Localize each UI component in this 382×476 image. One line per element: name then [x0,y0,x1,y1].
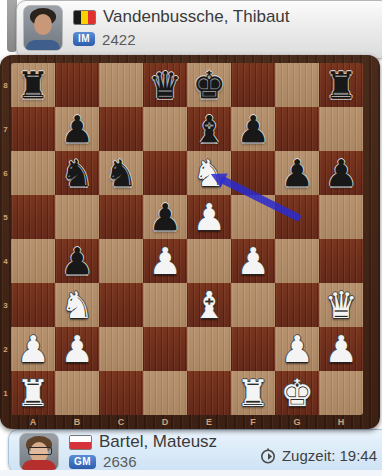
square-c7[interactable] [99,107,143,151]
square-c6[interactable]: ♞ [99,151,143,195]
square-f8[interactable] [231,63,275,107]
player-card-bottom: Bartel, Mateusz GM 2636 Zugzeit: 19:44 [8,429,382,473]
piece-bP-f7[interactable]: ♟ [231,107,275,151]
square-d8[interactable]: ♛ [143,63,187,107]
square-a1[interactable]: ♜ [11,371,55,415]
file-labels: ABCDEFGH [11,415,363,429]
piece-bP-h6[interactable]: ♟ [319,151,363,195]
square-f2[interactable] [231,327,275,371]
piece-wP-a2[interactable]: ♟ [11,327,55,371]
square-d6[interactable] [143,151,187,195]
title-badge-bottom: GM [69,455,96,469]
piece-wQ-h3[interactable]: ♛ [319,283,363,327]
square-e8[interactable]: ♚ [187,63,231,107]
player-name-top: Vandenbussche, Thibaut [103,7,290,27]
square-a6[interactable] [11,151,55,195]
square-d4[interactable]: ♟ [143,239,187,283]
avatar-bottom-player [19,433,59,471]
square-g1[interactable]: ♚ [275,371,319,415]
file-label-e: E [187,415,231,429]
piece-wP-h2[interactable]: ♟ [319,327,363,371]
square-e7[interactable]: ♝ [187,107,231,151]
square-g4[interactable] [275,239,319,283]
player-rating-top: 2422 [102,31,135,48]
square-f1[interactable]: ♜ [231,371,275,415]
file-label-h: H [319,415,363,429]
square-c5[interactable] [99,195,143,239]
piece-wK-g1[interactable]: ♚ [275,371,319,415]
page-bottom-strip [0,470,382,476]
square-b5[interactable] [55,195,99,239]
rank-label-5: 5 [0,195,11,239]
square-e4[interactable] [187,239,231,283]
avatar-shirt [26,40,60,51]
piece-bB-e7[interactable]: ♝ [187,107,231,151]
square-h3[interactable]: ♛ [319,283,363,327]
piece-bP-b7[interactable]: ♟ [55,107,99,151]
piece-bR-h8[interactable]: ♜ [319,63,363,107]
square-a4[interactable] [11,239,55,283]
rank-label-6: 6 [0,151,11,195]
square-h8[interactable]: ♜ [319,63,363,107]
square-c4[interactable] [99,239,143,283]
title-badge-top: IM [73,32,95,46]
square-e3[interactable]: ♝ [187,283,231,327]
clock-icon [260,448,276,464]
file-label-g: G [275,415,319,429]
file-label-c: C [99,415,143,429]
chess-board: 87654321 ♜♛♚♜♟♝♟♞♞♞♟♟♟♟♟♟♟♞♝♛♟♟♟♟♜♜♚ ABC… [0,55,380,429]
piece-bN-b6[interactable]: ♞ [55,151,99,195]
piece-bR-a8[interactable]: ♜ [11,63,55,107]
square-d1[interactable] [143,371,187,415]
piece-bN-c6[interactable]: ♞ [99,151,143,195]
rank-label-4: 4 [0,239,11,283]
piece-wN-e6[interactable]: ♞ [187,151,231,195]
square-f3[interactable] [231,283,275,327]
piece-wB-e3[interactable]: ♝ [187,283,231,327]
piece-wP-g2[interactable]: ♟ [275,327,319,371]
piece-bK-e8[interactable]: ♚ [187,63,231,107]
square-b4[interactable]: ♟ [55,239,99,283]
square-a5[interactable] [11,195,55,239]
square-e2[interactable] [187,327,231,371]
file-label-f: F [231,415,275,429]
square-a3[interactable] [11,283,55,327]
square-c3[interactable] [99,283,143,327]
clock-text: Zugzeit: 19:44 [282,447,377,464]
piece-bP-g6[interactable]: ♟ [275,151,319,195]
piece-wR-a1[interactable]: ♜ [11,371,55,415]
glasses-icon [28,447,52,455]
board-squares: ♜♛♚♜♟♝♟♞♞♞♟♟♟♟♟♟♟♞♝♛♟♟♟♟♜♜♚ [11,63,363,415]
square-h5[interactable] [319,195,363,239]
player-rating-bottom: 2636 [103,453,136,470]
square-h2[interactable]: ♟ [319,327,363,371]
square-h4[interactable] [319,239,363,283]
piece-wP-b2[interactable]: ♟ [55,327,99,371]
square-f4[interactable]: ♟ [231,239,275,283]
square-g6[interactable]: ♟ [275,151,319,195]
square-f5[interactable] [231,195,275,239]
square-f6[interactable] [231,151,275,195]
square-b2[interactable]: ♟ [55,327,99,371]
rank-label-7: 7 [0,107,11,151]
square-b1[interactable] [55,371,99,415]
square-a8[interactable]: ♜ [11,63,55,107]
rank-label-8: 8 [0,63,11,107]
square-c2[interactable] [99,327,143,371]
square-g5[interactable] [275,195,319,239]
rank-label-2: 2 [0,327,11,371]
square-e5[interactable]: ♟ [187,195,231,239]
square-b8[interactable] [55,63,99,107]
piece-wP-f4[interactable]: ♟ [231,239,275,283]
player-card-top-inner: Vandenbussche, Thibaut IM 2422 [17,1,382,58]
piece-wN-b3[interactable]: ♞ [55,283,99,327]
player-info-top: Vandenbussche, Thibaut IM 2422 [73,1,290,50]
square-h1[interactable] [319,371,363,415]
square-c8[interactable] [99,63,143,107]
avatar-top-player [23,5,63,51]
belgium-flag-icon [73,10,96,25]
player-info-bottom: Bartel, Mateusz GM 2636 [69,430,217,471]
square-b7[interactable]: ♟ [55,107,99,151]
file-label-b: B [55,415,99,429]
piece-bP-d5[interactable]: ♟ [143,195,187,239]
square-h6[interactable]: ♟ [319,151,363,195]
rank-label-1: 1 [0,371,11,415]
piece-wP-d4[interactable]: ♟ [143,239,187,283]
square-a2[interactable]: ♟ [11,327,55,371]
square-c1[interactable] [99,371,143,415]
square-g7[interactable] [275,107,319,151]
square-d5[interactable]: ♟ [143,195,187,239]
square-d3[interactable] [143,283,187,327]
piece-bQ-d8[interactable]: ♛ [143,63,187,107]
player-name-bottom: Bartel, Mateusz [99,432,217,452]
square-b3[interactable]: ♞ [55,283,99,327]
rank-label-3: 3 [0,283,11,327]
avatar-face [34,14,52,35]
piece-wP-e5[interactable]: ♟ [187,195,231,239]
square-g8[interactable] [275,63,319,107]
player-card-top: Vandenbussche, Thibaut IM 2422 [16,0,382,59]
square-g3[interactable] [275,283,319,327]
page-root: { "game": "chess", "position": { "fen": … [0,0,382,476]
square-d2[interactable] [143,327,187,371]
square-e6[interactable]: ♞ [187,151,231,195]
square-a7[interactable] [11,107,55,151]
piece-wR-f1[interactable]: ♜ [231,371,275,415]
square-h7[interactable] [319,107,363,151]
square-d7[interactable] [143,107,187,151]
square-f7[interactable]: ♟ [231,107,275,151]
piece-bP-b4[interactable]: ♟ [55,239,99,283]
rank-labels: 87654321 [0,63,11,415]
square-e1[interactable] [187,371,231,415]
poland-flag-icon [69,435,92,450]
square-b6[interactable]: ♞ [55,151,99,195]
move-clock: Zugzeit: 19:44 [260,447,377,464]
file-label-a: A [11,415,55,429]
file-label-d: D [143,415,187,429]
square-g2[interactable]: ♟ [275,327,319,371]
